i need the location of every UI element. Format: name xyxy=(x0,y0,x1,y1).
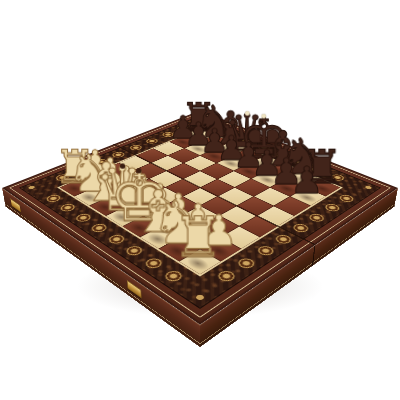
medallion-ring-icon xyxy=(90,222,110,233)
piece-white-rook: ♜ xyxy=(173,213,223,263)
corner-stud-icon xyxy=(194,294,205,301)
medallion-ring-icon xyxy=(254,244,276,257)
medallion-ring-icon xyxy=(59,202,78,212)
medallion-ring-icon xyxy=(127,144,143,151)
medallion-ring-icon xyxy=(273,233,294,245)
corner-stud-icon xyxy=(27,185,35,189)
corner-stud-icon xyxy=(364,185,372,189)
medallion-ring-icon xyxy=(106,233,127,245)
medallion-ring-icon xyxy=(44,193,63,203)
piece-black-pawn: ♟ xyxy=(290,164,323,197)
medallion-ring-icon xyxy=(322,202,341,212)
fold-seam-side xyxy=(312,245,316,266)
medallion-ring-icon xyxy=(74,212,94,223)
medallion-ring-icon xyxy=(143,256,165,269)
medallion-ring-icon xyxy=(163,269,186,283)
medallion-ring-icon xyxy=(235,256,257,269)
medallion-ring-icon xyxy=(124,244,146,257)
medallion-ring-icon xyxy=(337,193,356,203)
medallion-ring-icon xyxy=(306,212,326,223)
square-h1: ♜ xyxy=(180,250,221,275)
medallion-ring-icon xyxy=(144,137,160,144)
medallion-ring-icon xyxy=(214,269,237,283)
product-photo-scene: ♜♞♝♛♚♝♞♜♟♟♟♟♟♟♟♟♟♟♟♟♟♟♟♟♜♞♝♛♚♝♞♜ xyxy=(0,0,400,400)
